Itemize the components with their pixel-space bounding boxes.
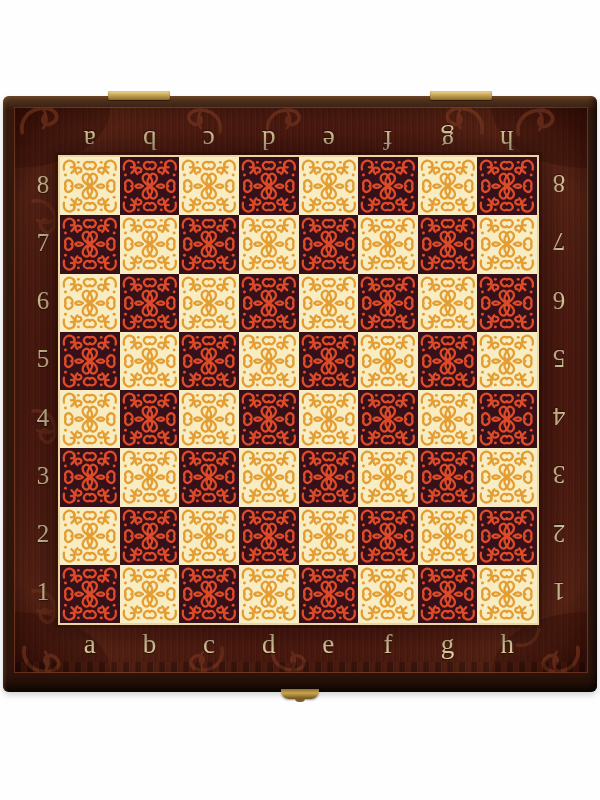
rank-label-6: 6: [544, 272, 574, 330]
square-g8[interactable]: [418, 157, 478, 215]
file-label-g: g: [418, 124, 478, 156]
square-f3[interactable]: [358, 448, 418, 506]
square-f7[interactable]: [358, 215, 418, 273]
hinge-right-icon: [430, 91, 492, 100]
square-h8[interactable]: [477, 157, 537, 215]
square-c8[interactable]: [179, 157, 239, 215]
file-label-c: c: [179, 124, 239, 156]
file-label-c: c: [179, 628, 239, 660]
square-g2[interactable]: [418, 507, 478, 565]
lid-printed-face: abcdefgh abcdefgh 87654321 87654321: [14, 107, 588, 673]
square-c4[interactable]: [179, 390, 239, 448]
square-g3[interactable]: [418, 448, 478, 506]
rank-label-2: 2: [28, 505, 58, 563]
square-d2[interactable]: [239, 507, 299, 565]
square-f1[interactable]: [358, 565, 418, 623]
rank-label-5: 5: [544, 330, 574, 388]
square-a7[interactable]: [60, 215, 120, 273]
square-e8[interactable]: [299, 157, 359, 215]
square-f6[interactable]: [358, 274, 418, 332]
rank-label-3: 3: [544, 446, 574, 504]
file-label-f: f: [358, 124, 418, 156]
rank-labels-left: 87654321: [28, 155, 58, 621]
square-f4[interactable]: [358, 390, 418, 448]
chess-box-lid: abcdefgh abcdefgh 87654321 87654321: [3, 96, 597, 692]
file-label-e: e: [299, 124, 359, 156]
rank-label-4: 4: [28, 388, 58, 446]
file-label-d: d: [239, 124, 299, 156]
file-label-e: e: [299, 628, 359, 660]
square-g6[interactable]: [418, 274, 478, 332]
square-c2[interactable]: [179, 507, 239, 565]
square-a5[interactable]: [60, 332, 120, 390]
square-c7[interactable]: [179, 215, 239, 273]
square-h7[interactable]: [477, 215, 537, 273]
square-f5[interactable]: [358, 332, 418, 390]
square-e2[interactable]: [299, 507, 359, 565]
square-g4[interactable]: [418, 390, 478, 448]
rank-label-4: 4: [544, 388, 574, 446]
square-d3[interactable]: [239, 448, 299, 506]
square-h1[interactable]: [477, 565, 537, 623]
file-label-h: h: [477, 124, 537, 156]
file-labels-top: abcdefgh: [60, 124, 537, 156]
square-e7[interactable]: [299, 215, 359, 273]
clasp-icon: [281, 689, 319, 699]
rank-label-7: 7: [544, 213, 574, 271]
square-d7[interactable]: [239, 215, 299, 273]
square-c3[interactable]: [179, 448, 239, 506]
square-d5[interactable]: [239, 332, 299, 390]
file-label-g: g: [418, 628, 478, 660]
square-f2[interactable]: [358, 507, 418, 565]
rank-label-8: 8: [28, 155, 58, 213]
square-g5[interactable]: [418, 332, 478, 390]
square-a2[interactable]: [60, 507, 120, 565]
square-b5[interactable]: [120, 332, 180, 390]
square-a8[interactable]: [60, 157, 120, 215]
square-h2[interactable]: [477, 507, 537, 565]
square-b1[interactable]: [120, 565, 180, 623]
rank-label-5: 5: [28, 330, 58, 388]
square-h6[interactable]: [477, 274, 537, 332]
square-c1[interactable]: [179, 565, 239, 623]
file-label-h: h: [477, 628, 537, 660]
square-g7[interactable]: [418, 215, 478, 273]
square-b2[interactable]: [120, 507, 180, 565]
rank-label-8: 8: [544, 155, 574, 213]
product-photo: abcdefgh abcdefgh 87654321 87654321: [0, 0, 600, 800]
square-h4[interactable]: [477, 390, 537, 448]
square-b7[interactable]: [120, 215, 180, 273]
hinge-left-icon: [108, 91, 170, 100]
square-f8[interactable]: [358, 157, 418, 215]
square-e1[interactable]: [299, 565, 359, 623]
square-d4[interactable]: [239, 390, 299, 448]
board-frame: [58, 155, 539, 625]
rank-label-2: 2: [544, 505, 574, 563]
file-label-b: b: [120, 124, 180, 156]
square-c6[interactable]: [179, 274, 239, 332]
square-c5[interactable]: [179, 332, 239, 390]
square-g1[interactable]: [418, 565, 478, 623]
file-label-a: a: [60, 628, 120, 660]
file-label-f: f: [358, 628, 418, 660]
rank-label-1: 1: [544, 563, 574, 621]
square-e6[interactable]: [299, 274, 359, 332]
square-h5[interactable]: [477, 332, 537, 390]
rank-label-6: 6: [28, 272, 58, 330]
square-b8[interactable]: [120, 157, 180, 215]
rank-label-7: 7: [28, 213, 58, 271]
square-e4[interactable]: [299, 390, 359, 448]
square-d8[interactable]: [239, 157, 299, 215]
square-e5[interactable]: [299, 332, 359, 390]
square-h3[interactable]: [477, 448, 537, 506]
square-e3[interactable]: [299, 448, 359, 506]
file-label-b: b: [120, 628, 180, 660]
square-a4[interactable]: [60, 390, 120, 448]
square-a1[interactable]: [60, 565, 120, 623]
square-b3[interactable]: [120, 448, 180, 506]
square-d6[interactable]: [239, 274, 299, 332]
square-d1[interactable]: [239, 565, 299, 623]
rank-label-1: 1: [28, 563, 58, 621]
square-a3[interactable]: [60, 448, 120, 506]
file-labels-bottom: abcdefgh: [60, 628, 537, 660]
file-label-a: a: [60, 124, 120, 156]
square-b4[interactable]: [120, 390, 180, 448]
rank-labels-right: 87654321: [544, 155, 574, 621]
chess-board: [60, 157, 537, 623]
square-b6[interactable]: [120, 274, 180, 332]
file-label-d: d: [239, 628, 299, 660]
rank-label-3: 3: [28, 446, 58, 504]
bottom-print-band: [15, 662, 587, 672]
square-a6[interactable]: [60, 274, 120, 332]
